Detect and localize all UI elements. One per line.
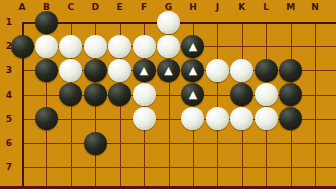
white-stone-G2 xyxy=(157,35,180,58)
row-label-1: 1 xyxy=(3,16,15,28)
black-stone-D4 xyxy=(84,83,107,106)
white-stone-J5 xyxy=(206,107,229,130)
col-label-C: C xyxy=(64,1,78,13)
row-label-4: 4 xyxy=(3,89,15,101)
white-stone-B2 xyxy=(35,35,58,58)
row-label-6: 6 xyxy=(3,137,15,149)
black-stone-H2: ▲ xyxy=(181,35,204,58)
triangle-mark-icon: ▲ xyxy=(189,40,197,51)
triangle-mark-icon: ▲ xyxy=(164,64,172,75)
black-stone-B3 xyxy=(35,59,58,82)
triangle-mark-icon: ▲ xyxy=(189,89,197,100)
video-progress-strip xyxy=(0,186,336,189)
white-stone-F5 xyxy=(133,107,156,130)
white-stone-G1 xyxy=(157,11,180,34)
col-label-D: D xyxy=(88,1,102,13)
white-stone-C2 xyxy=(59,35,82,58)
black-stone-F3: ▲ xyxy=(133,59,156,82)
row-label-7: 7 xyxy=(3,161,15,173)
white-stone-F2 xyxy=(133,35,156,58)
go-board-surface[interactable]: ABCDEFGHJKLMN1234567 ▲▲▲▲▲ xyxy=(0,0,336,189)
black-stone-B1 xyxy=(35,11,58,34)
black-stone-D6 xyxy=(84,132,107,155)
white-stone-F4 xyxy=(133,83,156,106)
col-label-H: H xyxy=(186,1,200,13)
col-label-L: L xyxy=(259,1,273,13)
go-board-screenshot: ABCDEFGHJKLMN1234567 ▲▲▲▲▲ xyxy=(0,0,336,189)
triangle-mark-icon: ▲ xyxy=(189,64,197,75)
col-label-M: M xyxy=(284,1,298,13)
col-label-K: K xyxy=(235,1,249,13)
black-stone-A2 xyxy=(11,35,34,58)
white-stone-E2 xyxy=(108,35,131,58)
col-label-E: E xyxy=(113,1,127,13)
white-stone-K3 xyxy=(230,59,253,82)
col-label-A: A xyxy=(15,1,29,13)
black-stone-D3 xyxy=(84,59,107,82)
black-stone-L3 xyxy=(255,59,278,82)
col-label-N: N xyxy=(308,1,322,13)
white-stone-L4 xyxy=(255,83,278,106)
white-stone-E3 xyxy=(108,59,131,82)
row-label-3: 3 xyxy=(3,64,15,76)
col-label-J: J xyxy=(210,1,224,13)
triangle-mark-icon: ▲ xyxy=(140,64,148,75)
black-stone-M3 xyxy=(279,59,302,82)
black-stone-G3: ▲ xyxy=(157,59,180,82)
white-stone-D2 xyxy=(84,35,107,58)
row-label-5: 5 xyxy=(3,113,15,125)
white-stone-L5 xyxy=(255,107,278,130)
col-label-F: F xyxy=(137,1,151,13)
white-stone-J3 xyxy=(206,59,229,82)
